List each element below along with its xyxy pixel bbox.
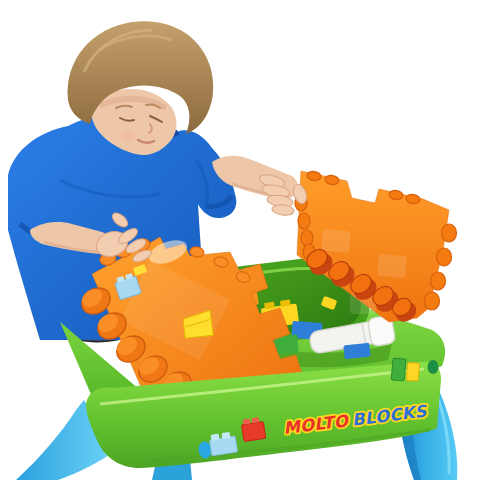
rail-hole-right (428, 360, 439, 374)
cheek-blush (121, 132, 135, 140)
blue-block-2 (343, 343, 370, 360)
product-photo: MOLTO BLOCKS (0, 0, 481, 480)
scene-illustration: MOLTO BLOCKS (0, 0, 481, 480)
